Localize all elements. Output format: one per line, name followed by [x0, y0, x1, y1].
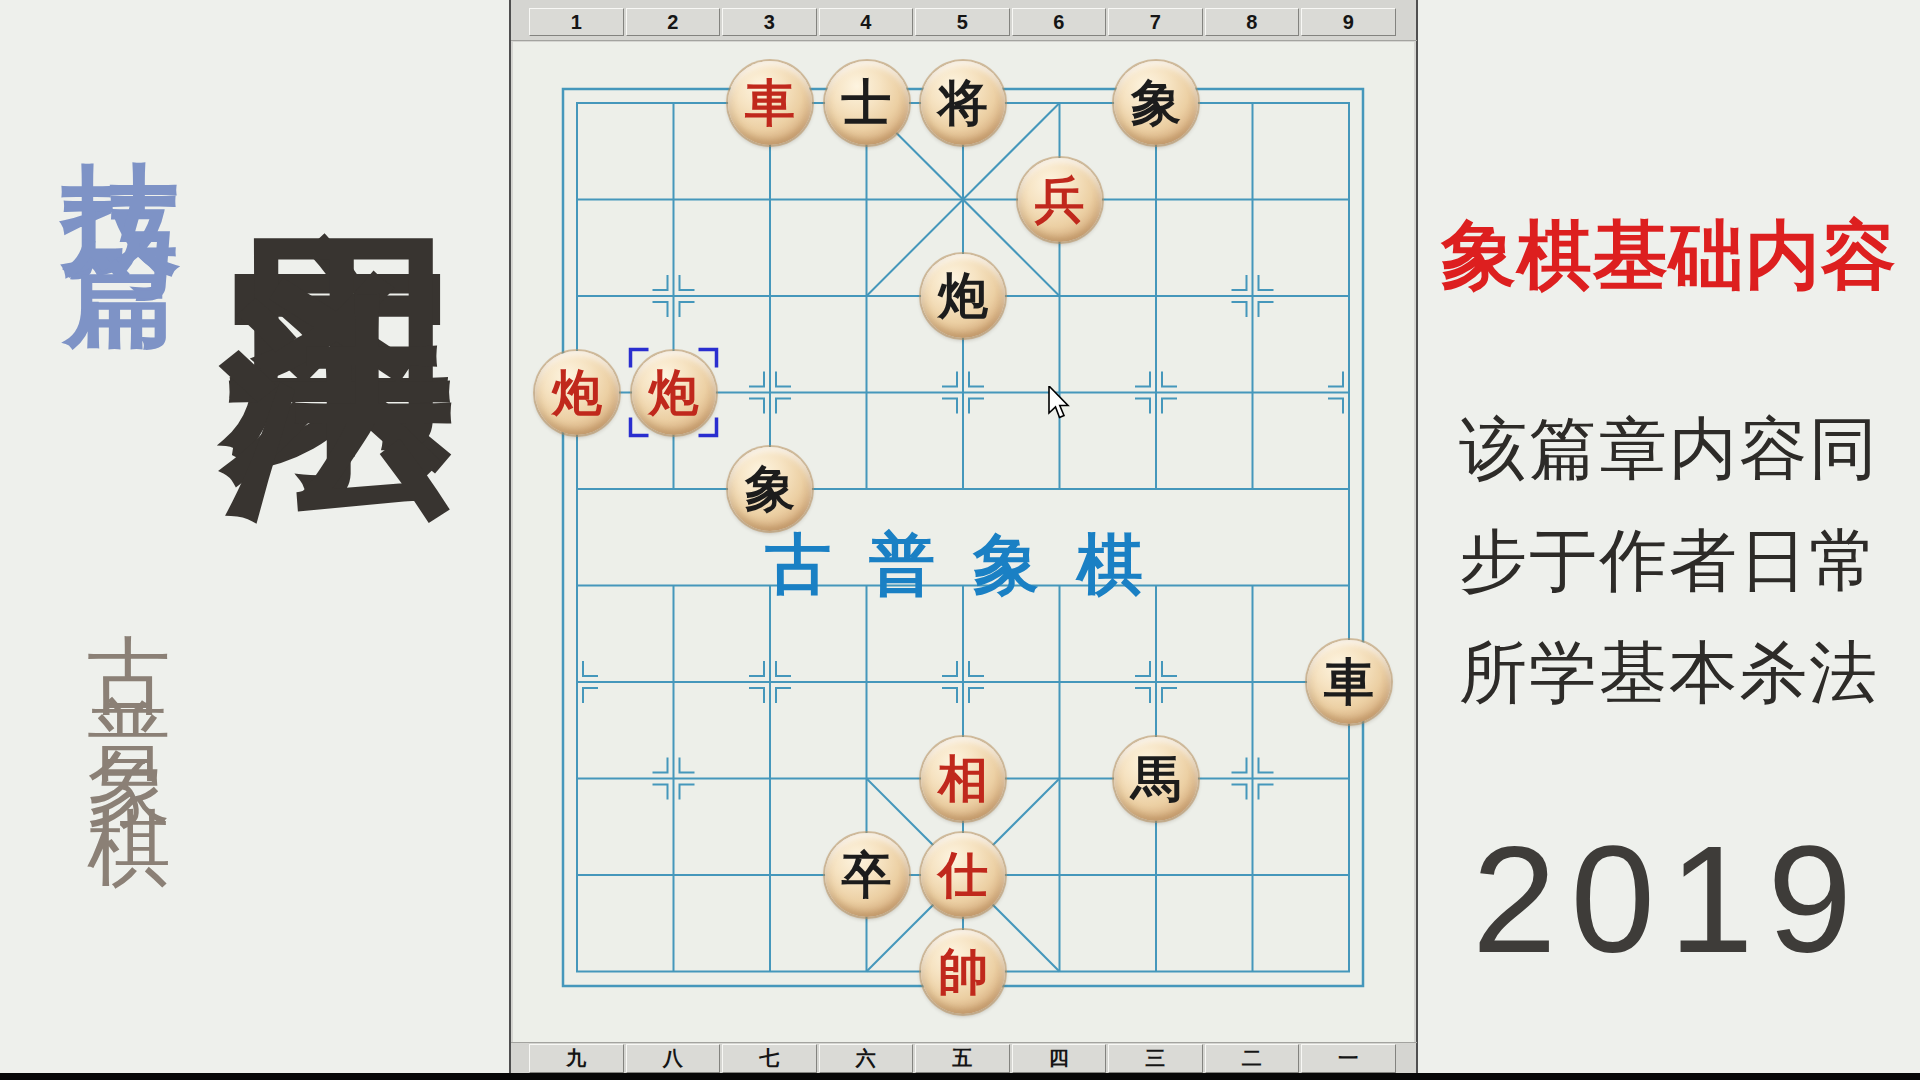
piece-glyph: 馬 [1131, 754, 1181, 804]
right-heading: 象棋基础内容 [1418, 206, 1920, 307]
piece-red-炮[interactable]: 炮 [632, 351, 716, 435]
piece-glyph: 車 [1324, 657, 1374, 707]
main-title: 实用杀法 [224, 34, 459, 122]
bottom-bar [0, 1073, 1920, 1080]
board-grid: 車士将象兵炮炮炮象車相馬卒仕帥 [529, 55, 1398, 1020]
file-label-八: 八 [626, 1044, 721, 1073]
piece-black-将[interactable]: 将 [921, 61, 1005, 145]
piece-black-炮[interactable]: 炮 [921, 254, 1005, 338]
brand-title: 古普象棋 [88, 566, 172, 798]
piece-black-車[interactable]: 車 [1307, 640, 1391, 724]
bottom-coord-strip: 九八七六五四三二一 [528, 1044, 1397, 1072]
file-label-5: 5 [915, 8, 1010, 36]
file-label-6: 6 [1012, 8, 1107, 36]
piece-glyph: 炮 [552, 368, 602, 418]
piece-glyph: 仕 [938, 850, 988, 900]
top-coord-strip: 123456789 [528, 8, 1397, 36]
piece-red-兵[interactable]: 兵 [1018, 158, 1102, 242]
file-label-二: 二 [1205, 1044, 1300, 1073]
screen: 技巧篇 实用杀法 古普象棋 123456789 九八七六五四三二一 古普象棋 車… [0, 0, 1920, 1080]
piece-black-士[interactable]: 士 [825, 61, 909, 145]
divider [511, 40, 1417, 41]
file-label-一: 一 [1301, 1044, 1396, 1073]
series-title: 技巧篇 [64, 66, 182, 180]
file-label-4: 4 [819, 8, 914, 36]
file-label-六: 六 [819, 1044, 914, 1073]
file-label-五: 五 [915, 1044, 1010, 1073]
right-line-2: 步于作者日常 [1418, 516, 1920, 607]
right-line-3: 所学基本杀法 [1418, 628, 1920, 719]
file-label-3: 3 [722, 8, 817, 36]
piece-glyph: 兵 [1035, 175, 1085, 225]
year-label: 2019 [1418, 812, 1920, 987]
piece-glyph: 炮 [649, 368, 699, 418]
right-line-1: 该篇章内容同 [1418, 404, 1920, 495]
divider [511, 1042, 1417, 1043]
file-label-四: 四 [1012, 1044, 1107, 1073]
piece-glyph: 車 [745, 78, 795, 128]
file-label-8: 8 [1205, 8, 1300, 36]
piece-glyph: 相 [938, 754, 988, 804]
file-label-2: 2 [626, 8, 721, 36]
file-label-1: 1 [529, 8, 624, 36]
piece-red-相[interactable]: 相 [921, 737, 1005, 821]
piece-glyph: 卒 [842, 850, 892, 900]
piece-glyph: 象 [1131, 78, 1181, 128]
piece-glyph: 象 [745, 464, 795, 514]
piece-red-車[interactable]: 車 [728, 61, 812, 145]
mouse-cursor-icon [1048, 386, 1074, 422]
file-label-三: 三 [1108, 1044, 1203, 1073]
file-label-七: 七 [722, 1044, 817, 1073]
piece-black-象[interactable]: 象 [728, 447, 812, 531]
piece-red-帥[interactable]: 帥 [921, 930, 1005, 1014]
file-label-九: 九 [529, 1044, 624, 1073]
piece-glyph: 将 [938, 78, 988, 128]
piece-glyph: 士 [842, 78, 892, 128]
file-label-9: 9 [1301, 8, 1396, 36]
piece-glyph: 帥 [938, 947, 988, 997]
piece-glyph: 炮 [938, 271, 988, 321]
piece-black-馬[interactable]: 馬 [1114, 737, 1198, 821]
piece-red-仕[interactable]: 仕 [921, 833, 1005, 917]
left-panel: 技巧篇 实用杀法 古普象棋 [0, 0, 509, 1073]
piece-black-象[interactable]: 象 [1114, 61, 1198, 145]
piece-black-卒[interactable]: 卒 [825, 833, 909, 917]
file-label-7: 7 [1108, 8, 1203, 36]
piece-red-炮[interactable]: 炮 [535, 351, 619, 435]
